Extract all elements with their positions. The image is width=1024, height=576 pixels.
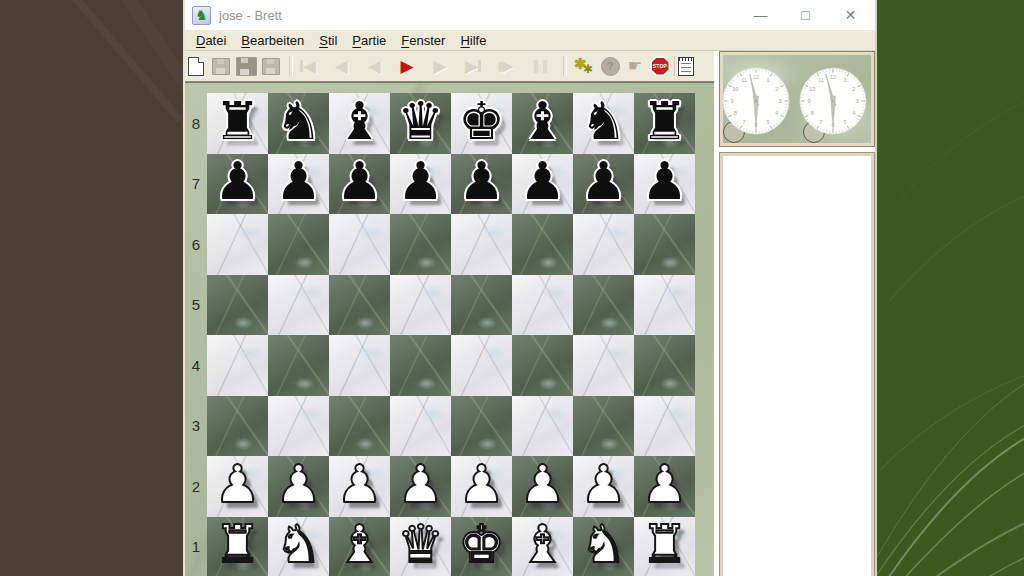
black-pawn: ♟ [580, 155, 627, 207]
white-rook: ♜ [641, 518, 688, 570]
rank-label-7: 7 [185, 154, 207, 215]
analyze-engine-button[interactable]: ✱✱ [572, 53, 598, 79]
notation-panel[interactable] [719, 152, 875, 576]
window-controls: — □ ✕ [738, 0, 873, 30]
hint-button[interactable]: ? [597, 53, 623, 79]
square-g4[interactable] [573, 335, 634, 396]
white-pawn: ♟ [336, 458, 383, 510]
square-g7[interactable]: ♟ [573, 154, 634, 215]
svg-text:3: 3 [855, 98, 858, 104]
svg-text:9: 9 [807, 98, 810, 104]
white-pawn: ♟ [214, 458, 261, 510]
black-bishop: ♝ [336, 95, 383, 147]
square-d8[interactable]: ♛ [390, 93, 451, 154]
menu-item-datei[interactable]: Datei [190, 31, 232, 50]
black-pawn: ♟ [275, 155, 322, 207]
window-title: jose - Brett [219, 8, 282, 23]
notation-list-icon [678, 57, 694, 76]
square-e8[interactable]: ♚ [451, 93, 512, 154]
square-h8[interactable]: ♜ [634, 93, 695, 154]
white-pawn: ♟ [458, 458, 505, 510]
square-f1[interactable]: ♝ [512, 517, 573, 576]
square-g8[interactable]: ♞ [573, 93, 634, 154]
move-now-button[interactable]: ☛ [622, 53, 648, 79]
floppy-disk-icon [236, 57, 257, 76]
white-pawn: ♟ [580, 458, 627, 510]
square-c4[interactable] [329, 335, 390, 396]
app-knight-icon: ♞ [192, 6, 211, 25]
back-button[interactable]: ◀ [361, 53, 387, 79]
black-pawn: ♟ [397, 155, 444, 207]
square-e2[interactable]: ♟ [451, 456, 512, 517]
square-f7[interactable]: ♟ [512, 154, 573, 215]
square-b2[interactable]: ♟ [268, 456, 329, 517]
minimize-button[interactable]: — [738, 0, 783, 30]
close-button[interactable]: ✕ [828, 0, 873, 30]
square-f8[interactable]: ♝ [512, 93, 573, 154]
square-h2[interactable]: ♟ [634, 456, 695, 517]
square-g1[interactable]: ♞ [573, 517, 634, 576]
square-a7[interactable]: ♟ [207, 154, 268, 215]
floppy-disk-icon [212, 58, 230, 75]
square-g5[interactable] [573, 275, 634, 336]
save-copy-button[interactable] [258, 53, 284, 79]
black-rook: ♜ [214, 95, 261, 147]
toolbar: ◀◀◀▶▶▶▶▶✱✱?☛STOP [185, 51, 714, 82]
square-d3[interactable] [390, 396, 451, 457]
new-game-button[interactable] [183, 53, 209, 79]
board-frame: 8♜♞♝♛♚♝♞♜7♟♟♟♟♟♟♟♟65432♟♟♟♟♟♟♟♟1♜♞♝♛♚♝♞♜ [185, 82, 714, 576]
engine-gears-icon: ✱✱ [574, 55, 596, 77]
square-b5[interactable] [268, 275, 329, 336]
square-c7[interactable]: ♟ [329, 154, 390, 215]
white-pawn: ♟ [519, 458, 566, 510]
maximize-button[interactable]: □ [783, 0, 828, 30]
menubar: DateiBearbeitenStilPartieFensterHilfe [185, 30, 875, 51]
square-e1[interactable]: ♚ [451, 517, 512, 576]
chess-board: 8♜♞♝♛♚♝♞♜7♟♟♟♟♟♟♟♟65432♟♟♟♟♟♟♟♟1♜♞♝♛♚♝♞♜ [185, 93, 695, 576]
square-c3[interactable] [329, 396, 390, 457]
right-arrow-icon: ▶ [465, 58, 478, 75]
toolbar-separator [289, 56, 293, 76]
white-rook: ♜ [214, 518, 261, 570]
new-page-icon [188, 57, 204, 76]
square-f5[interactable] [512, 275, 573, 336]
square-a2[interactable]: ♟ [207, 456, 268, 517]
svg-text:1: 1 [843, 77, 846, 83]
svg-text:8: 8 [811, 110, 814, 116]
white-knight: ♞ [580, 518, 627, 570]
square-f4[interactable] [512, 335, 573, 396]
white-knight: ♞ [275, 518, 322, 570]
black-pawn: ♟ [458, 155, 505, 207]
square-h5[interactable] [634, 275, 695, 336]
square-g6[interactable] [573, 214, 634, 275]
first-move-button[interactable]: ◀ [295, 53, 321, 79]
svg-text:11: 11 [818, 77, 824, 83]
svg-text:2: 2 [852, 86, 855, 92]
move-now-hand-icon: ☛ [628, 58, 642, 74]
square-h7[interactable]: ♟ [634, 154, 695, 215]
menu-item-hilfe[interactable]: Hilfe [454, 31, 492, 50]
floppy-disk-icon [262, 58, 280, 75]
save-as-button[interactable] [233, 53, 259, 79]
square-a5[interactable] [207, 275, 268, 336]
play-button[interactable]: ▶ [394, 53, 420, 79]
jose-window: ♞ jose - Brett — □ ✕ DateiBearbeitenStil… [183, 0, 877, 576]
square-g3[interactable] [573, 396, 634, 457]
square-d7[interactable]: ♟ [390, 154, 451, 215]
square-e5[interactable] [451, 275, 512, 336]
last-move-button[interactable]: ▶ [460, 53, 486, 79]
square-h6[interactable] [634, 214, 695, 275]
rank-label-1: 1 [185, 517, 207, 576]
rank-label-3: 3 [185, 396, 207, 457]
square-b1[interactable]: ♞ [268, 517, 329, 576]
stop-sign-icon: STOP [650, 56, 670, 76]
black-clock: 121234567891011 [720, 52, 876, 148]
board-pane: ◀◀◀▶▶▶▶▶✱✱?☛STOP 8♜♞♝♛♚♝♞♜7♟♟♟♟♟♟♟♟65432… [185, 51, 714, 576]
rank-label-8: 8 [185, 93, 207, 154]
square-c5[interactable] [329, 275, 390, 336]
screen: ♞ jose - Brett — □ ✕ DateiBearbeitenStil… [0, 0, 1024, 576]
svg-text:7: 7 [819, 119, 822, 125]
fast-forward-icon: ▶▶ [498, 59, 513, 74]
square-c8[interactable]: ♝ [329, 93, 390, 154]
square-b3[interactable] [268, 396, 329, 457]
square-d1[interactable]: ♛ [390, 517, 451, 576]
notation-button[interactable] [673, 53, 699, 79]
black-bishop: ♝ [519, 95, 566, 147]
left-arrow-icon: ◀ [367, 58, 380, 75]
left-arrow-icon: ◀ [303, 58, 316, 75]
svg-text:12: 12 [830, 74, 836, 80]
square-h1[interactable]: ♜ [634, 517, 695, 576]
black-knight: ♞ [580, 95, 627, 147]
square-f6[interactable] [512, 214, 573, 275]
last-move-icon [478, 60, 481, 72]
forward-button[interactable]: ▶ [427, 53, 453, 79]
square-c2[interactable]: ♟ [329, 456, 390, 517]
side-pane: 121234567891011121234567891011 [719, 51, 875, 576]
square-b7[interactable]: ♟ [268, 154, 329, 215]
square-e4[interactable] [451, 335, 512, 396]
white-pawn: ♟ [397, 458, 444, 510]
menu-item-partie[interactable]: Partie [346, 31, 392, 50]
square-a4[interactable] [207, 335, 268, 396]
square-c1[interactable]: ♝ [329, 517, 390, 576]
square-f2[interactable]: ♟ [512, 456, 573, 517]
white-pawn: ♟ [641, 458, 688, 510]
square-d6[interactable] [390, 214, 451, 275]
square-e7[interactable]: ♟ [451, 154, 512, 215]
square-h4[interactable] [634, 335, 695, 396]
white-pawn: ♟ [275, 458, 322, 510]
menu-item-fenster[interactable]: Fenster [395, 31, 451, 50]
black-rook: ♜ [641, 95, 688, 147]
square-b6[interactable] [268, 214, 329, 275]
square-a6[interactable] [207, 214, 268, 275]
rank-label-5: 5 [185, 275, 207, 336]
clock-panel: 121234567891011121234567891011 [719, 51, 875, 147]
black-pawn: ♟ [641, 155, 688, 207]
white-queen: ♛ [397, 518, 444, 570]
square-g2[interactable]: ♟ [573, 456, 634, 517]
black-pawn: ♟ [214, 155, 261, 207]
black-pawn: ♟ [519, 155, 566, 207]
square-d2[interactable]: ♟ [390, 456, 451, 517]
black-queen: ♛ [397, 95, 444, 147]
right-arrow-icon: ▶ [433, 58, 446, 75]
svg-text:10: 10 [809, 86, 815, 92]
square-b4[interactable] [268, 335, 329, 396]
pause-icon [533, 59, 548, 74]
titlebar: ♞ jose - Brett — □ ✕ [185, 0, 875, 31]
svg-text:5: 5 [843, 119, 846, 125]
square-f3[interactable] [512, 396, 573, 457]
square-e6[interactable] [451, 214, 512, 275]
square-d4[interactable] [390, 335, 451, 396]
play-icon: ▶ [400, 58, 413, 75]
toolbar-separator [563, 56, 567, 76]
pause-button[interactable] [527, 53, 553, 79]
rank-label-2: 2 [185, 456, 207, 517]
white-king: ♚ [458, 518, 505, 570]
white-bishop: ♝ [336, 518, 383, 570]
square-c6[interactable] [329, 214, 390, 275]
back-fast-button[interactable]: ◀ [328, 53, 354, 79]
stop-button[interactable]: STOP [647, 53, 673, 79]
square-e3[interactable] [451, 396, 512, 457]
square-a8[interactable]: ♜ [207, 93, 268, 154]
menu-item-stil[interactable]: Stil [313, 31, 343, 50]
black-king: ♚ [458, 95, 505, 147]
white-bishop: ♝ [519, 518, 566, 570]
square-a3[interactable] [207, 396, 268, 457]
rank-label-4: 4 [185, 335, 207, 396]
left-arrow-icon: ◀ [334, 58, 347, 75]
hint-icon: ? [601, 57, 620, 76]
save-button[interactable] [208, 53, 234, 79]
fast-forward-button[interactable]: ▶▶ [493, 53, 519, 79]
square-h3[interactable] [634, 396, 695, 457]
rank-label-6: 6 [185, 214, 207, 275]
svg-text:4: 4 [852, 110, 855, 116]
black-pawn: ♟ [336, 155, 383, 207]
menu-item-bearbeiten[interactable]: Bearbeiten [235, 31, 310, 50]
square-d5[interactable] [390, 275, 451, 336]
square-a1[interactable]: ♜ [207, 517, 268, 576]
black-knight: ♞ [275, 95, 322, 147]
square-b8[interactable]: ♞ [268, 93, 329, 154]
